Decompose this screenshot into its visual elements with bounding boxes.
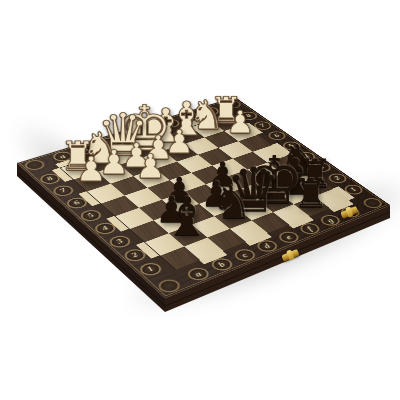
product-photo-stage: 88aa77bb66cc55dd44ee33ff22gg11hh ♜♞♛♚♝♝♞… xyxy=(0,0,400,400)
